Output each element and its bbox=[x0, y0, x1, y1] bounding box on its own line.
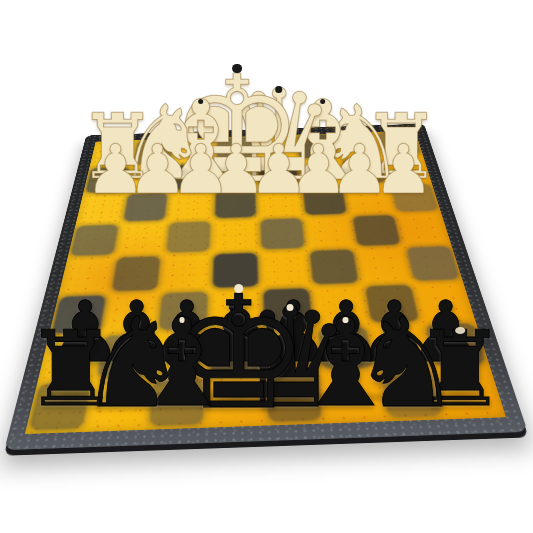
pieces-layer: ♜♞♝♛♚♝♞♜♟♟♟♟♟♟♟♟♟♟♟♟♟♟♟♟♜♞♝♛♚♝♞♜ bbox=[0, 0, 533, 533]
finial-dot bbox=[232, 64, 241, 73]
piece-black-rook[interactable]: ♜ bbox=[24, 317, 117, 421]
piece-shadow bbox=[94, 184, 136, 194]
piece-shadow bbox=[39, 391, 103, 406]
chessboard-photo: ♜♞♝♛♚♝♞♜♟♟♟♟♟♟♟♟♟♟♟♟♟♟♟♟♜♞♝♛♚♝♞♜ bbox=[0, 0, 533, 533]
piece-white-pawn[interactable]: ♟ bbox=[85, 136, 146, 204]
